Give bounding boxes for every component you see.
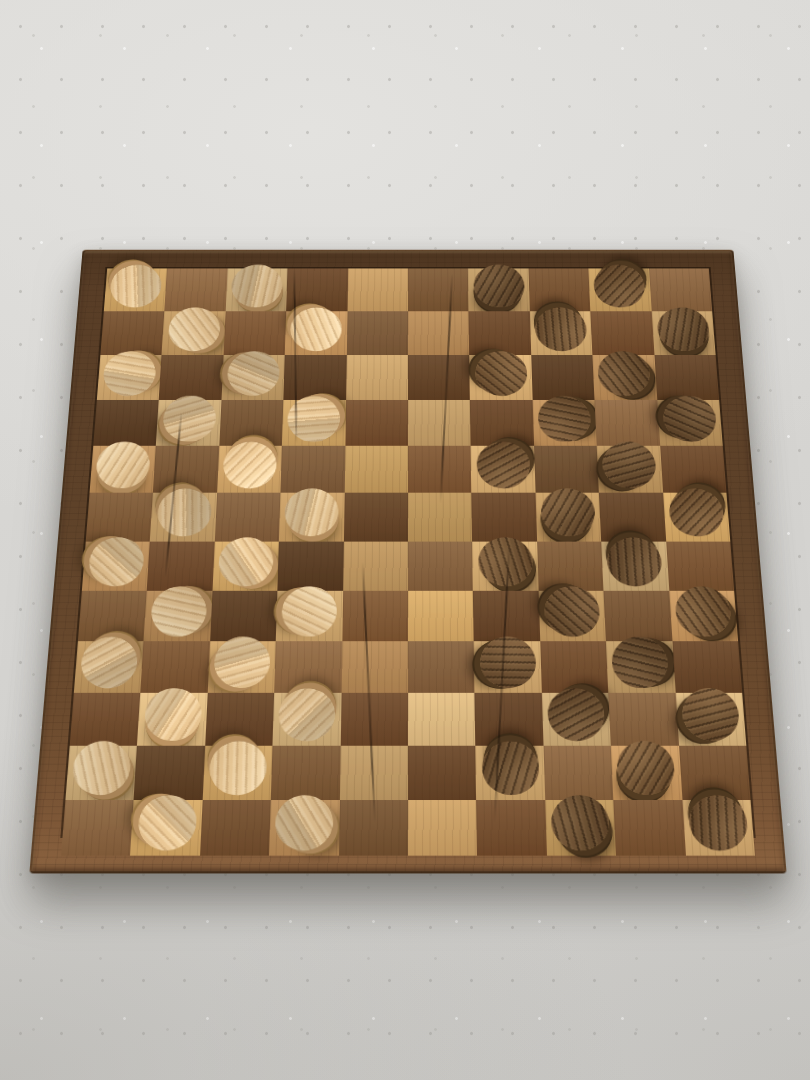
square-r5-c10[interactable]: [660, 446, 727, 493]
square-r7-c2[interactable]: [147, 541, 215, 590]
square-r8-c7[interactable]: [473, 590, 540, 640]
square-r1-c2[interactable]: [165, 268, 228, 311]
square-r6-c2[interactable]: [150, 493, 217, 541]
square-r11-c5[interactable]: [339, 746, 408, 800]
board-frame: [29, 250, 786, 874]
square-r8-c10[interactable]: [669, 590, 738, 640]
square-r6-c4[interactable]: [279, 493, 344, 541]
square-r10-c6[interactable]: [408, 693, 476, 746]
square-r2-c3[interactable]: [223, 311, 286, 355]
square-r12-c5[interactable]: [339, 800, 408, 856]
square-r9-c4[interactable]: [274, 641, 342, 693]
square-r5-c1[interactable]: [90, 446, 157, 493]
board: [29, 250, 786, 874]
square-r5-c9[interactable]: [597, 446, 663, 493]
square-r9-c8[interactable]: [540, 641, 608, 693]
square-r5-c6[interactable]: [408, 446, 472, 493]
square-r8-c1[interactable]: [78, 590, 147, 640]
square-r9-c2[interactable]: [141, 641, 210, 693]
square-r3-c8[interactable]: [531, 355, 595, 400]
square-r7-c8[interactable]: [537, 541, 604, 590]
light-piece-r1-c3[interactable]: [226, 260, 288, 313]
square-r5-c5[interactable]: [344, 446, 408, 493]
square-r12-c7[interactable]: [477, 800, 547, 856]
square-r3-c2[interactable]: [159, 355, 223, 400]
square-r6-c8[interactable]: [535, 493, 601, 541]
square-r9-c5[interactable]: [341, 641, 408, 693]
square-r8-c4[interactable]: [276, 590, 343, 640]
scene-caption: Handmade wooden checkers (draughts) set …: [0, 0, 1, 1]
square-r3-c4[interactable]: [284, 355, 347, 400]
square-r2-c2[interactable]: [162, 311, 226, 355]
square-r10-c8[interactable]: [542, 693, 611, 746]
square-r3-c5[interactable]: [346, 355, 408, 400]
square-r9-c3[interactable]: [208, 641, 276, 693]
square-r10-c2[interactable]: [137, 693, 207, 746]
square-r4-c10[interactable]: [657, 400, 723, 446]
dark-piece-r2-c10[interactable]: [654, 306, 712, 353]
square-r2-c10[interactable]: [651, 311, 715, 355]
square-r8-c9[interactable]: [604, 590, 672, 640]
square-r4-c3[interactable]: [219, 400, 283, 446]
square-r6-c5[interactable]: [344, 493, 408, 541]
square-r3-c7[interactable]: [470, 355, 533, 400]
dark-piece-r9-c9[interactable]: [611, 636, 670, 688]
square-r3-c9[interactable]: [593, 355, 657, 400]
square-r4-c9[interactable]: [595, 400, 660, 446]
square-r6-c10[interactable]: [663, 493, 730, 541]
square-r6-c7[interactable]: [472, 493, 537, 541]
dark-piece-r1-c7[interactable]: [469, 261, 528, 312]
square-r4-c4[interactable]: [282, 400, 346, 446]
square-r7-c7[interactable]: [472, 541, 538, 590]
light-piece-r8-c4[interactable]: [280, 585, 338, 637]
square-r12-c8[interactable]: [545, 800, 616, 856]
square-r7-c10[interactable]: [666, 541, 734, 590]
square-r3-c1[interactable]: [97, 355, 162, 400]
light-piece-r6-c4[interactable]: [280, 484, 344, 542]
square-r12-c10[interactable]: [682, 800, 755, 856]
square-r8-c8[interactable]: [538, 590, 606, 640]
square-r3-c3[interactable]: [221, 355, 285, 400]
square-r6-c1[interactable]: [86, 493, 153, 541]
light-piece-r8-c2[interactable]: [147, 581, 210, 641]
square-r2-c4[interactable]: [285, 311, 347, 355]
square-r5-c3[interactable]: [217, 446, 282, 493]
dark-piece-r11-c7[interactable]: [481, 740, 539, 796]
square-r9-c1[interactable]: [74, 641, 144, 693]
light-piece-r3-c1[interactable]: [100, 347, 161, 401]
square-r7-c4[interactable]: [278, 541, 344, 590]
square-r7-c1[interactable]: [82, 541, 150, 590]
square-r10-c7[interactable]: [475, 693, 544, 746]
dark-piece-r4-c8[interactable]: [536, 395, 592, 442]
square-r7-c5[interactable]: [343, 541, 408, 590]
square-r1-c3[interactable]: [225, 268, 287, 311]
dark-piece-r6-c8[interactable]: [536, 484, 600, 542]
light-piece-r3-c3[interactable]: [226, 351, 280, 396]
square-r1-c9[interactable]: [588, 268, 651, 311]
square-r8-c6[interactable]: [408, 590, 474, 640]
square-r4-c6[interactable]: [408, 400, 471, 446]
light-piece-r5-c3[interactable]: [216, 436, 283, 494]
square-r7-c9[interactable]: [601, 541, 669, 590]
square-r9-c9[interactable]: [606, 641, 675, 693]
square-r5-c8[interactable]: [534, 446, 599, 493]
square-r3-c10[interactable]: [654, 355, 719, 400]
square-r11-c8[interactable]: [543, 746, 613, 800]
square-r12-c9[interactable]: [614, 800, 686, 856]
dark-piece-r9-c7[interactable]: [473, 631, 541, 694]
square-r9-c7[interactable]: [474, 641, 542, 693]
square-r2-c9[interactable]: [591, 311, 655, 355]
light-piece-r5-c1[interactable]: [94, 441, 152, 490]
square-r10-c5[interactable]: [340, 693, 408, 746]
square-r11-c1[interactable]: [65, 746, 137, 800]
square-r9-c10[interactable]: [672, 641, 742, 693]
square-r10-c10[interactable]: [675, 693, 746, 746]
dark-piece-r4-c10[interactable]: [659, 392, 719, 446]
square-r8-c3[interactable]: [210, 590, 278, 640]
square-r12-c1[interactable]: [61, 800, 134, 856]
square-r1-c8[interactable]: [528, 268, 590, 311]
light-piece-r10-c2[interactable]: [141, 686, 204, 742]
square-r4-c2[interactable]: [156, 400, 221, 446]
square-r1-c5[interactable]: [347, 268, 408, 311]
square-r12-c2[interactable]: [130, 800, 202, 856]
square-r2-c6[interactable]: [408, 311, 470, 355]
square-r12-c3[interactable]: [200, 800, 271, 856]
square-r11-c3[interactable]: [202, 746, 272, 800]
square-r5-c7[interactable]: [471, 446, 535, 493]
square-r2-c1[interactable]: [100, 311, 164, 355]
square-r1-c7[interactable]: [468, 268, 530, 311]
square-r8-c5[interactable]: [342, 590, 408, 640]
square-r11-c9[interactable]: [611, 746, 682, 800]
square-r9-c6[interactable]: [408, 641, 475, 693]
square-r3-c6[interactable]: [408, 355, 470, 400]
square-r10-c3[interactable]: [205, 693, 274, 746]
square-r10-c4[interactable]: [273, 693, 342, 746]
square-r12-c4[interactable]: [269, 800, 339, 856]
square-r5-c4[interactable]: [281, 446, 345, 493]
scene-wall: { "game": { "title": "Handmade wooden ch…: [0, 0, 810, 1080]
square-r11-c7[interactable]: [476, 746, 545, 800]
dark-piece-r1-c9[interactable]: [586, 258, 653, 315]
square-r4-c5[interactable]: [345, 400, 408, 446]
square-r12-c6[interactable]: [408, 800, 477, 856]
square-r2-c5[interactable]: [346, 311, 408, 355]
square-r2-c8[interactable]: [530, 311, 593, 355]
dark-piece-r12-c10[interactable]: [682, 789, 755, 856]
square-r6-c9[interactable]: [599, 493, 666, 541]
playing-area: [63, 268, 754, 835]
square-r4-c1[interactable]: [93, 400, 159, 446]
square-r11-c2[interactable]: [134, 746, 205, 800]
square-r11-c4[interactable]: [271, 746, 340, 800]
square-r1-c10[interactable]: [649, 268, 713, 311]
square-r6-c6[interactable]: [408, 493, 472, 541]
square-r10-c9[interactable]: [608, 693, 678, 746]
square-r11-c10[interactable]: [679, 746, 751, 800]
square-r1-c6[interactable]: [408, 268, 469, 311]
square-r1-c1[interactable]: [104, 268, 168, 311]
square-r5-c2[interactable]: [153, 446, 219, 493]
square-r7-c3[interactable]: [212, 541, 279, 590]
square-r8-c2[interactable]: [144, 590, 212, 640]
square-r2-c7[interactable]: [469, 311, 531, 355]
square-r4-c7[interactable]: [470, 400, 534, 446]
square-r7-c6[interactable]: [408, 541, 473, 590]
light-piece-r1-c1[interactable]: [102, 257, 170, 315]
board-shadow: [58, 193, 758, 883]
square-r10-c1[interactable]: [70, 693, 141, 746]
square-r11-c6[interactable]: [408, 746, 477, 800]
square-r4-c8[interactable]: [532, 400, 596, 446]
square-r6-c3[interactable]: [215, 493, 281, 541]
square-r1-c4[interactable]: [286, 268, 348, 311]
